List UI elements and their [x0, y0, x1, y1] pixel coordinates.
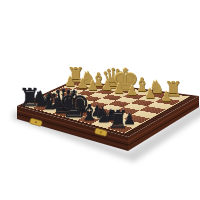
piece-white-pawn[interactable]: ♟: [126, 85, 138, 98]
piece-white-pawn[interactable]: ♟: [145, 88, 157, 101]
pieces-layer: ♜♞♝♛♚♝♞♜♟♟♟♟♟♟♟♟♟♟♟♟♟♟♟♟♜♞♝♛♚♝♞♜: [0, 0, 200, 200]
chess-set-photo-scene: ♜♞♝♛♚♝♞♜♟♟♟♟♟♟♟♟♟♟♟♟♟♟♟♟♜♞♝♛♚♝♞♜: [0, 0, 200, 200]
piece-white-pawn[interactable]: ♟: [161, 91, 173, 104]
piece-black-rook[interactable]: ♜: [107, 106, 129, 131]
piece-white-pawn[interactable]: ♟: [113, 83, 125, 96]
